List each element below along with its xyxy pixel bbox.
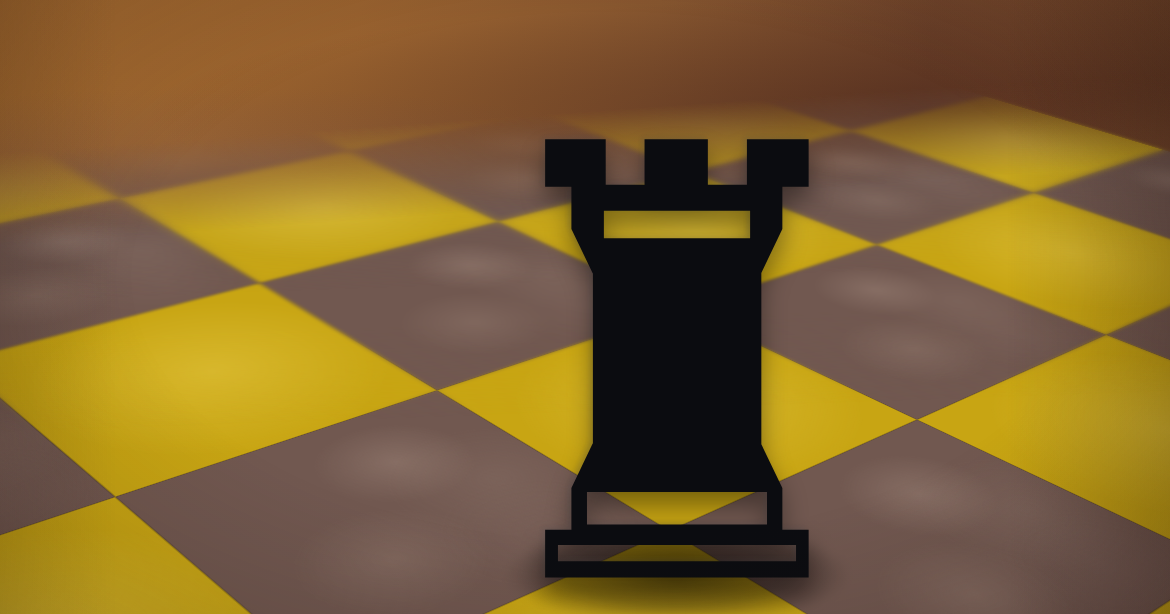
black-rook-piece[interactable]: ♜	[468, 142, 888, 598]
photo-scene: ♜	[0, 0, 1170, 614]
